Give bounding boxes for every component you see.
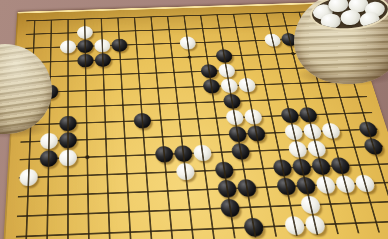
intersection[interactable] (97, 165, 117, 184)
intersection[interactable] (59, 40, 76, 55)
intersection[interactable] (116, 147, 136, 165)
intersection[interactable] (77, 131, 96, 149)
black-stone (236, 179, 257, 197)
white-stone (77, 26, 93, 39)
intersection[interactable] (38, 186, 58, 206)
black-stone (77, 54, 93, 68)
white-stone (40, 133, 58, 149)
intersection[interactable] (98, 203, 119, 224)
intersection[interactable] (126, 11, 144, 25)
intersection[interactable] (134, 129, 154, 147)
intersection[interactable] (111, 52, 129, 67)
intersection[interactable] (59, 54, 77, 69)
black-stone (223, 94, 242, 109)
intersection[interactable] (93, 25, 110, 39)
black-stone (357, 121, 379, 137)
stone-bowl-left (0, 44, 52, 134)
black-stone (214, 161, 234, 178)
black-stone (228, 126, 248, 142)
intersection[interactable] (58, 131, 77, 149)
black-stone (220, 199, 241, 218)
intersection[interactable] (77, 98, 96, 115)
intersection[interactable] (110, 24, 128, 38)
intersection[interactable] (130, 81, 149, 97)
intersection[interactable] (58, 166, 78, 185)
black-stone (59, 116, 76, 132)
intersection[interactable] (58, 204, 79, 225)
black-stone (95, 53, 111, 67)
black-stone (174, 145, 193, 162)
intersection[interactable] (94, 53, 112, 68)
white-stone (59, 149, 77, 166)
white-stone (218, 64, 236, 78)
black-stone (362, 138, 384, 155)
stone-bowl-right (294, 0, 388, 84)
intersection[interactable] (175, 162, 197, 181)
go-board-photo-scene (0, 0, 388, 239)
intersection[interactable] (168, 95, 188, 112)
intersection[interactable] (95, 98, 114, 115)
intersection[interactable] (133, 112, 153, 129)
intersection[interactable] (25, 27, 42, 41)
intersection[interactable] (38, 167, 58, 186)
intersection[interactable] (77, 53, 95, 68)
intersection[interactable] (76, 25, 93, 39)
intersection[interactable] (77, 68, 95, 84)
intersection[interactable] (18, 168, 38, 187)
intersection[interactable] (188, 110, 209, 127)
intersection[interactable] (150, 96, 170, 113)
intersection[interactable] (199, 199, 222, 219)
black-stone (243, 218, 265, 237)
intersection[interactable] (109, 11, 126, 25)
intersection[interactable] (177, 22, 196, 36)
intersection[interactable] (361, 138, 385, 156)
intersection[interactable] (152, 128, 172, 146)
intersection[interactable] (157, 181, 179, 201)
intersection[interactable] (163, 50, 182, 65)
intersection[interactable] (58, 185, 78, 205)
white-stone (243, 109, 263, 125)
intersection[interactable] (118, 202, 139, 223)
intersection[interactable] (78, 203, 99, 224)
intersection[interactable] (113, 97, 132, 114)
intersection[interactable] (352, 104, 375, 121)
black-stone (200, 64, 218, 78)
intersection[interactable] (169, 111, 189, 128)
intersection[interactable] (184, 79, 204, 95)
white-stone (238, 78, 257, 93)
intersection[interactable] (155, 163, 176, 182)
intersection[interactable] (127, 24, 145, 38)
intersection[interactable] (115, 129, 135, 147)
intersection[interactable] (58, 149, 77, 168)
black-stone (77, 40, 93, 53)
bowl-white-stone (320, 13, 341, 30)
intersection[interactable] (59, 68, 77, 84)
black-stone (215, 49, 233, 63)
intersection[interactable] (181, 219, 204, 239)
white-stone (60, 40, 76, 53)
intersection[interactable] (171, 127, 192, 145)
intersection[interactable] (77, 83, 95, 99)
intersection[interactable] (135, 146, 156, 164)
black-stone (231, 143, 251, 160)
white-stone (19, 169, 38, 187)
intersection[interactable] (98, 183, 119, 203)
intersection[interactable] (147, 65, 166, 81)
intersection[interactable] (137, 182, 158, 202)
white-stone (176, 163, 196, 180)
intersection[interactable] (57, 224, 78, 239)
intersection[interactable] (161, 36, 180, 51)
intersection[interactable] (159, 200, 181, 221)
intersection[interactable] (146, 51, 165, 66)
intersection[interactable] (190, 127, 211, 145)
intersection[interactable] (60, 26, 77, 40)
intersection[interactable] (94, 67, 112, 83)
white-stone (179, 36, 196, 49)
intersection[interactable] (15, 226, 37, 239)
intersection[interactable] (112, 66, 131, 82)
intersection[interactable] (59, 83, 77, 99)
intersection[interactable] (94, 38, 112, 53)
intersection[interactable] (78, 148, 98, 167)
black-stone (217, 180, 238, 198)
intersection[interactable] (154, 145, 175, 163)
intersection[interactable] (186, 94, 206, 111)
intersection[interactable] (166, 80, 186, 96)
intersection[interactable] (42, 26, 59, 40)
intersection[interactable] (60, 13, 77, 27)
intersection[interactable] (356, 121, 380, 139)
intersection[interactable] (113, 81, 132, 97)
intersection[interactable] (96, 130, 116, 148)
black-stone (111, 39, 127, 52)
intersection[interactable] (76, 12, 93, 26)
intersection[interactable] (114, 113, 134, 130)
intersection[interactable] (16, 206, 37, 227)
intersection[interactable] (117, 183, 138, 203)
intersection[interactable] (177, 180, 199, 200)
intersection[interactable] (39, 132, 58, 150)
intersection[interactable] (36, 225, 57, 239)
intersection[interactable] (111, 38, 129, 53)
intersection[interactable] (164, 65, 183, 81)
white-stone (225, 110, 244, 126)
intersection[interactable] (160, 23, 178, 37)
intersection[interactable] (93, 12, 110, 26)
intersection[interactable] (347, 89, 370, 105)
intersection[interactable] (77, 114, 96, 131)
intersection[interactable] (160, 220, 183, 239)
black-stone (133, 113, 151, 129)
intersection[interactable] (159, 10, 177, 24)
intersection[interactable] (179, 199, 201, 220)
intersection[interactable] (96, 114, 115, 131)
intersection[interactable] (99, 222, 121, 239)
intersection[interactable] (136, 164, 157, 183)
intersection[interactable] (78, 166, 98, 185)
black-stone (40, 150, 58, 167)
intersection[interactable] (131, 96, 150, 113)
intersection[interactable] (182, 64, 202, 80)
bowl-white-stone (340, 9, 361, 26)
intersection[interactable] (97, 147, 117, 165)
intersection[interactable] (173, 144, 194, 162)
intersection[interactable] (78, 184, 98, 204)
intersection[interactable] (59, 99, 77, 116)
intersection[interactable] (175, 9, 193, 23)
black-stone (155, 146, 174, 163)
intersection[interactable] (26, 14, 43, 28)
intersection[interactable] (129, 66, 148, 82)
intersection[interactable] (59, 115, 78, 132)
intersection[interactable] (142, 10, 160, 24)
intersection[interactable] (128, 51, 146, 66)
intersection[interactable] (139, 201, 161, 222)
white-stone (193, 145, 213, 162)
black-stone (202, 79, 221, 94)
intersection[interactable] (196, 180, 218, 200)
intersection[interactable] (194, 161, 216, 180)
intersection[interactable] (128, 37, 146, 52)
intersection[interactable] (145, 37, 163, 52)
intersection[interactable] (39, 149, 59, 168)
intersection[interactable] (178, 36, 197, 51)
intersection[interactable] (95, 82, 114, 98)
white-stone (220, 78, 239, 93)
intersection[interactable] (43, 13, 60, 27)
intersection[interactable] (192, 144, 213, 162)
intersection[interactable] (151, 112, 171, 129)
black-stone (59, 132, 77, 148)
intersection[interactable] (140, 221, 162, 239)
black-stone (246, 125, 266, 141)
intersection[interactable] (180, 50, 199, 65)
white-stone (94, 39, 110, 52)
bowl-weave-texture (0, 44, 52, 134)
intersection[interactable] (19, 150, 39, 169)
intersection[interactable] (78, 223, 99, 239)
intersection[interactable] (119, 222, 141, 239)
intersection[interactable] (37, 205, 58, 226)
intersection[interactable] (143, 23, 161, 37)
intersection[interactable] (117, 164, 138, 183)
intersection[interactable] (148, 80, 167, 96)
intersection[interactable] (17, 186, 38, 206)
intersection[interactable] (201, 218, 224, 239)
intersection[interactable] (77, 39, 94, 54)
